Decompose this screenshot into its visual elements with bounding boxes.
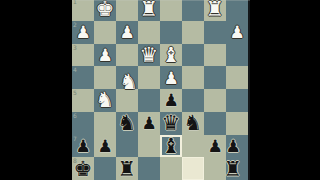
square-b2[interactable] bbox=[204, 21, 226, 44]
black-knight-f6[interactable]: ♞ bbox=[116, 112, 138, 135]
black-pawn-g7[interactable]: ♟ bbox=[94, 135, 116, 158]
square-d3[interactable]: ♝ bbox=[160, 44, 182, 67]
square-e2[interactable] bbox=[138, 21, 160, 44]
square-g8[interactable] bbox=[94, 157, 116, 180]
rank-label-4: 4 bbox=[73, 66, 77, 73]
square-e4[interactable] bbox=[138, 66, 160, 89]
square-c4[interactable] bbox=[182, 66, 204, 89]
square-d5[interactable]: ♟ bbox=[160, 89, 182, 112]
square-d1[interactable] bbox=[160, 0, 182, 21]
white-rook-e1[interactable]: ♜ bbox=[138, 0, 160, 21]
square-h5[interactable]: 5 bbox=[72, 89, 94, 112]
black-king-h8[interactable]: ♚ bbox=[72, 157, 94, 180]
white-pawn-a2[interactable]: ♟ bbox=[226, 21, 248, 44]
square-b4[interactable] bbox=[204, 66, 226, 89]
square-c5[interactable] bbox=[182, 89, 204, 112]
square-d6[interactable]: ♛ bbox=[160, 112, 182, 135]
white-queen-e3[interactable]: ♛ bbox=[138, 44, 160, 67]
white-pawn-f2[interactable]: ♟ bbox=[116, 21, 138, 44]
square-f1[interactable] bbox=[116, 0, 138, 21]
square-a7[interactable]: ♟ bbox=[226, 135, 248, 158]
white-pawn-d4[interactable]: ♟ bbox=[160, 66, 182, 89]
square-h6[interactable]: 6 bbox=[72, 112, 94, 135]
square-b6[interactable] bbox=[204, 112, 226, 135]
square-d7[interactable]: ♝ bbox=[160, 135, 182, 158]
black-pawn-d5[interactable]: ♟ bbox=[160, 89, 182, 112]
black-pawn-a7[interactable]: ♟ bbox=[222, 135, 244, 158]
board-top-edge bbox=[72, 0, 250, 1]
square-d8[interactable] bbox=[160, 157, 182, 180]
square-f6[interactable]: ♞ bbox=[116, 112, 138, 135]
square-c6[interactable]: ♞ bbox=[182, 112, 204, 135]
square-g4[interactable] bbox=[94, 66, 116, 89]
square-f7[interactable] bbox=[116, 135, 138, 158]
square-f2[interactable]: ♟ bbox=[116, 21, 138, 44]
rank-label-6: 6 bbox=[73, 112, 77, 119]
black-pawn-e6[interactable]: ♟ bbox=[138, 112, 160, 135]
square-c8[interactable] bbox=[182, 157, 204, 180]
black-knight-c6[interactable]: ♞ bbox=[182, 112, 204, 135]
white-rook-b1[interactable]: ♜ bbox=[204, 0, 226, 21]
square-a6[interactable] bbox=[226, 112, 248, 135]
square-c7[interactable] bbox=[182, 135, 204, 158]
black-rook-a8[interactable]: ♜ bbox=[222, 157, 244, 180]
square-a3[interactable] bbox=[226, 44, 248, 67]
square-g6[interactable] bbox=[94, 112, 116, 135]
square-g3[interactable]: ♟ bbox=[94, 44, 116, 67]
white-knight-f4[interactable]: ♞ bbox=[118, 70, 140, 93]
white-knight-g5[interactable]: ♞ bbox=[94, 89, 116, 112]
square-a8[interactable]: ♜ bbox=[226, 157, 248, 180]
square-h3[interactable]: 3 bbox=[72, 44, 94, 67]
chessboard: 1♚♜♜2♟♟♟3♟♛♝4♞♟5♞♟6♞♟♛♞7♟♟♝♟♟8♚♜♜ bbox=[72, 0, 250, 180]
square-c1[interactable] bbox=[182, 0, 204, 21]
square-g1[interactable]: ♚ bbox=[94, 0, 116, 21]
square-f8[interactable]: ♜ bbox=[116, 157, 138, 180]
black-bishop-d7[interactable]: ♝ bbox=[160, 135, 182, 158]
square-d2[interactable] bbox=[160, 21, 182, 44]
black-queen-d6[interactable]: ♛ bbox=[160, 112, 182, 135]
square-c2[interactable] bbox=[182, 21, 204, 44]
square-h7[interactable]: 7♟ bbox=[72, 135, 94, 158]
square-h4[interactable]: 4 bbox=[72, 66, 94, 89]
square-f3[interactable] bbox=[116, 44, 138, 67]
square-b3[interactable] bbox=[204, 44, 226, 67]
video-frame: 1♚♜♜2♟♟♟3♟♛♝4♞♟5♞♟6♞♟♛♞7♟♟♝♟♟8♚♜♜ bbox=[0, 0, 320, 180]
square-c3[interactable] bbox=[182, 44, 204, 67]
square-a2[interactable]: ♟ bbox=[226, 21, 248, 44]
rank-label-5: 5 bbox=[73, 89, 77, 96]
square-g7[interactable]: ♟ bbox=[94, 135, 116, 158]
white-pawn-h2[interactable]: ♟ bbox=[72, 21, 94, 44]
square-e6[interactable]: ♟ bbox=[138, 112, 160, 135]
square-a4[interactable] bbox=[226, 66, 248, 89]
square-h1[interactable]: 1 bbox=[72, 0, 94, 21]
white-king-g1[interactable]: ♚ bbox=[94, 0, 116, 21]
square-b1[interactable]: ♜ bbox=[204, 0, 226, 21]
square-f4[interactable]: ♞ bbox=[116, 66, 138, 89]
square-e1[interactable]: ♜ bbox=[138, 0, 160, 21]
square-a5[interactable] bbox=[226, 89, 248, 112]
square-d4[interactable]: ♟ bbox=[160, 66, 182, 89]
square-g5[interactable]: ♞ bbox=[94, 89, 116, 112]
square-b5[interactable] bbox=[204, 89, 226, 112]
square-e7[interactable] bbox=[138, 135, 160, 158]
square-g2[interactable] bbox=[94, 21, 116, 44]
square-h2[interactable]: 2♟ bbox=[72, 21, 94, 44]
black-rook-f8[interactable]: ♜ bbox=[116, 157, 138, 180]
rank-label-3: 3 bbox=[73, 44, 77, 51]
square-a1[interactable] bbox=[226, 0, 248, 21]
square-e3[interactable]: ♛ bbox=[138, 44, 160, 67]
white-pawn-g3[interactable]: ♟ bbox=[94, 44, 116, 67]
square-e8[interactable] bbox=[138, 157, 160, 180]
black-pawn-h7[interactable]: ♟ bbox=[72, 135, 94, 158]
white-bishop-d3[interactable]: ♝ bbox=[160, 44, 182, 67]
square-h8[interactable]: 8♚ bbox=[72, 157, 94, 180]
square-e5[interactable] bbox=[138, 89, 160, 112]
